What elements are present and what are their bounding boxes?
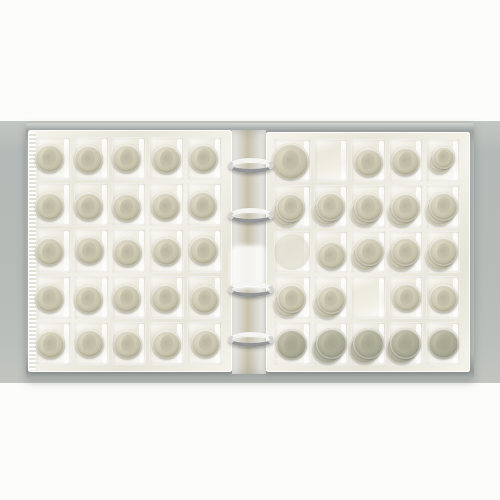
coin bbox=[112, 144, 141, 173]
left-pocket-r1c3 bbox=[112, 137, 147, 180]
left-pocket-r1c5 bbox=[187, 137, 222, 180]
coin bbox=[152, 237, 181, 266]
right-pocket-r4c3 bbox=[351, 276, 385, 319]
coin bbox=[35, 144, 64, 173]
coin bbox=[113, 238, 142, 267]
coin bbox=[189, 236, 218, 265]
coin bbox=[190, 285, 219, 314]
right-pocket-r1c5 bbox=[426, 139, 460, 182]
right-pocket-r2c4 bbox=[389, 185, 423, 228]
left-pocket-r5c5 bbox=[187, 322, 222, 365]
coin bbox=[428, 328, 459, 359]
right-pocket-r3c2 bbox=[314, 231, 348, 274]
left-pocket-r5c1 bbox=[36, 322, 71, 365]
coin bbox=[277, 284, 306, 313]
coin bbox=[316, 192, 345, 221]
left-pocket-r2c5 bbox=[187, 183, 222, 226]
binder-ring-3 bbox=[228, 282, 274, 297]
coin bbox=[317, 241, 346, 270]
right-pocket-r3c1 bbox=[274, 231, 311, 274]
coin bbox=[390, 328, 421, 359]
left-pocket-r3c1 bbox=[36, 229, 71, 272]
coin bbox=[188, 191, 217, 220]
left-pocket-r4c2 bbox=[74, 276, 109, 319]
left-pocket-r4c4 bbox=[149, 276, 184, 319]
left-pocket-r3c5 bbox=[187, 229, 222, 272]
coin bbox=[272, 143, 309, 180]
coin bbox=[112, 193, 141, 222]
left-pocket-r3c3 bbox=[112, 229, 147, 272]
binder-ring-4 bbox=[228, 332, 274, 347]
right-pocket-r4c4 bbox=[389, 276, 423, 319]
right-pocket-r3c3 bbox=[351, 231, 385, 274]
coin bbox=[35, 284, 64, 313]
left-pocket-r4c1 bbox=[36, 276, 71, 319]
right-pocket-r5c2 bbox=[314, 322, 348, 365]
coin bbox=[74, 285, 103, 314]
left-pocket-r3c4 bbox=[149, 229, 184, 272]
coin bbox=[317, 285, 346, 314]
coin bbox=[74, 192, 103, 221]
album-page-left bbox=[28, 130, 232, 372]
left-pocket-r2c3 bbox=[112, 183, 147, 226]
right-pocket-r5c4 bbox=[389, 322, 423, 365]
coin bbox=[152, 330, 181, 359]
coin bbox=[36, 330, 65, 359]
left-pocket-r5c2 bbox=[74, 322, 109, 365]
right-pocket-r4c1 bbox=[274, 276, 311, 319]
coin bbox=[75, 329, 104, 358]
coin bbox=[354, 148, 383, 177]
coin bbox=[112, 284, 141, 313]
right-pocket-r3c5 bbox=[426, 231, 460, 274]
left-pocket-r5c4 bbox=[149, 322, 184, 365]
coin bbox=[74, 145, 103, 174]
coin-faint bbox=[274, 234, 310, 270]
binder-ring-1 bbox=[228, 158, 274, 173]
right-pocket-r2c2 bbox=[314, 185, 348, 228]
right-pocket-r1c1 bbox=[274, 139, 311, 182]
left-pocket-r2c2 bbox=[74, 183, 109, 226]
left-pocket-r4c5 bbox=[187, 276, 222, 319]
coin bbox=[355, 237, 384, 266]
coin bbox=[113, 330, 142, 359]
album-page-right bbox=[266, 132, 470, 372]
right-pocket-r3c4 bbox=[389, 231, 423, 274]
coin bbox=[429, 284, 458, 313]
coin bbox=[429, 237, 458, 266]
coin bbox=[276, 329, 307, 360]
coin bbox=[392, 283, 421, 312]
right-pocket-r1c2 bbox=[314, 139, 348, 182]
coin bbox=[354, 193, 383, 222]
left-pocket-r2c1 bbox=[36, 183, 71, 226]
coin bbox=[391, 193, 420, 222]
coin bbox=[429, 192, 458, 221]
coin bbox=[35, 192, 64, 221]
left-pocket-r1c1 bbox=[36, 137, 71, 180]
coin bbox=[189, 144, 218, 173]
left-pocket-r3c2 bbox=[74, 229, 109, 272]
left-pocket-r5c3 bbox=[112, 322, 147, 365]
left-pocket-r1c2 bbox=[74, 137, 109, 180]
right-pocket-r1c4 bbox=[389, 139, 423, 182]
right-pocket-r4c2 bbox=[314, 276, 348, 319]
photo-scene bbox=[0, 0, 500, 500]
right-pocket-r1c3 bbox=[351, 139, 385, 182]
binder-ring-2 bbox=[228, 208, 274, 223]
coin bbox=[152, 145, 181, 174]
right-pocket-r2c5 bbox=[426, 185, 460, 228]
coin bbox=[75, 236, 104, 265]
coin bbox=[316, 328, 347, 359]
right-pocket-r5c1 bbox=[274, 322, 311, 365]
coin bbox=[276, 193, 305, 222]
coin bbox=[151, 284, 180, 313]
coin bbox=[353, 328, 384, 359]
right-pocket-r2c1 bbox=[274, 185, 311, 228]
right-pocket-r5c5 bbox=[426, 322, 460, 365]
left-pocket-r2c4 bbox=[149, 183, 184, 226]
right-pocket-r5c3 bbox=[351, 322, 385, 365]
right-pocket-r4c5 bbox=[426, 276, 460, 319]
coin bbox=[391, 147, 420, 176]
left-pocket-r1c4 bbox=[149, 137, 184, 180]
left-pocket-r4c3 bbox=[112, 276, 147, 319]
right-pocket-r2c3 bbox=[351, 185, 385, 228]
coin bbox=[432, 146, 455, 169]
coin bbox=[35, 237, 64, 266]
coin bbox=[151, 192, 180, 221]
coin bbox=[191, 329, 220, 358]
coin bbox=[391, 237, 420, 266]
